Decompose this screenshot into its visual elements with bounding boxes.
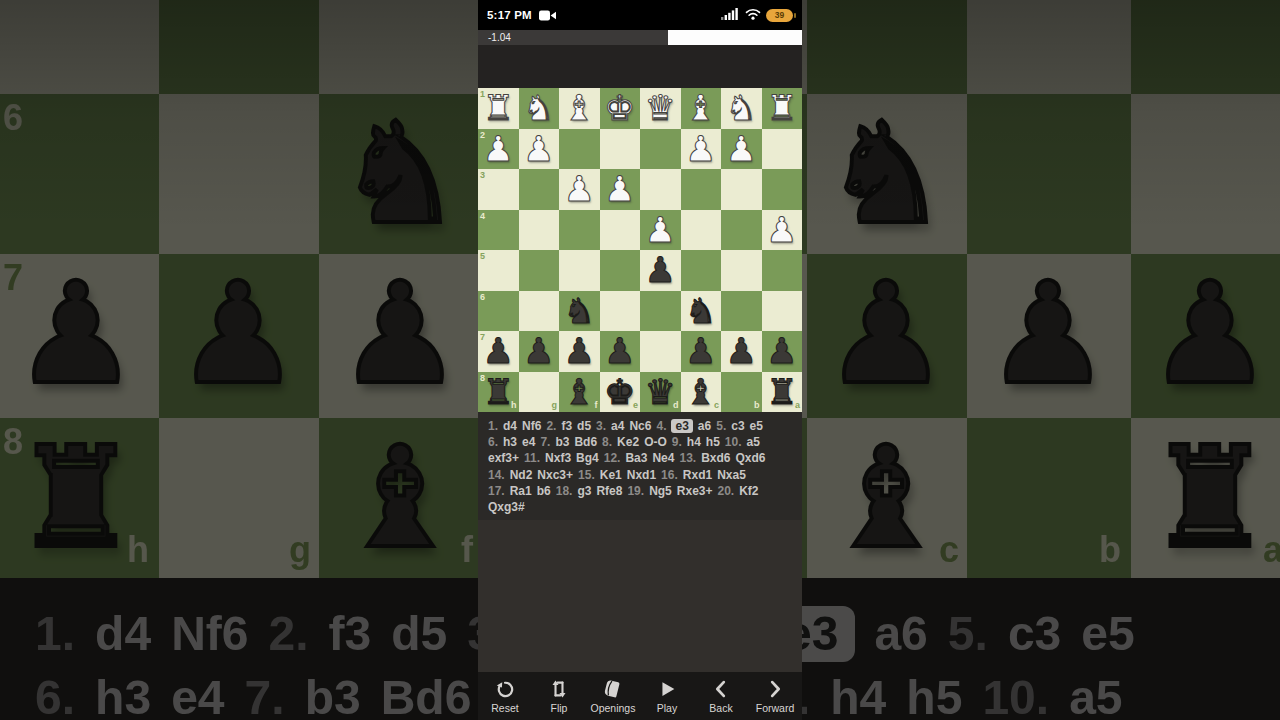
move-line: Qxg3# [488,499,792,515]
square-a6[interactable] [762,291,803,332]
move-token[interactable]: d4 [503,419,517,433]
white-king: ♚ [600,88,641,129]
move-token[interactable]: Nc6 [629,419,651,433]
panel-spacer [478,520,802,672]
square-f4[interactable] [559,210,600,251]
move-token[interactable]: f3 [561,419,572,433]
square-f7[interactable]: ♟ [559,331,600,372]
square-e4[interactable] [600,210,641,251]
move-token[interactable]: a5 [747,435,760,449]
evaluation-score: -1.04 [478,32,511,43]
square-g5[interactable] [519,250,560,291]
move-token[interactable]: Qxg3# [488,500,525,514]
move-number: 18. [556,484,573,498]
square-f2[interactable] [559,129,600,170]
phone-screen: 5:17 PM 39 -1.04 ♜1♞♝♚♛♝♞♜♟2♟♟♟3♟♟4♟♟ [478,0,802,720]
square-d7[interactable] [640,331,681,372]
square-b1[interactable]: ♞ [721,88,762,129]
square-a3[interactable] [762,169,803,210]
square-h2[interactable]: ♟2 [478,129,519,170]
square-e2[interactable] [600,129,641,170]
square-f5[interactable] [559,250,600,291]
forward-button[interactable]: Forward [748,672,802,720]
square-h3[interactable]: 3 [478,169,519,210]
file-label: a [795,401,800,410]
move-token[interactable]: d5 [577,419,591,433]
square-c6[interactable]: ♞ [681,291,722,332]
black-knight: ♞ [559,291,600,332]
move-token[interactable]: Nxa5 [717,468,746,482]
move-token[interactable]: Bxd6 [701,451,730,465]
square-e7[interactable]: ♟ [600,331,641,372]
square-a5[interactable] [762,250,803,291]
reset-label: Reset [491,702,518,714]
move-token[interactable]: O-O [644,435,667,449]
move-number: 8. [602,435,612,449]
battery-indicator: 39 [766,9,793,22]
file-label: g [552,401,558,410]
square-h1[interactable]: ♜1 [478,88,519,129]
rank-label: 7 [480,333,485,342]
white-pawn: ♟ [519,129,560,170]
square-a7[interactable]: ♟ [762,331,803,372]
square-d8[interactable]: ♛d [640,372,681,413]
square-e8[interactable]: ♚e [600,372,641,413]
move-token[interactable]: b6 [537,484,551,498]
back-chevron-icon [710,678,732,700]
openings-book-icon [602,678,624,700]
black-pawn: ♟ [559,331,600,372]
square-g4[interactable] [519,210,560,251]
square-b3[interactable] [721,169,762,210]
square-b6[interactable] [721,291,762,332]
black-pawn: ♟ [762,331,803,372]
bottom-toolbar: Reset Flip Openings Play [478,672,802,720]
file-label: d [673,401,679,410]
move-token[interactable]: Ke2 [617,435,639,449]
rank-label: 3 [480,171,485,180]
square-d6[interactable] [640,291,681,332]
move-token[interactable]: h3 [503,435,517,449]
square-h6[interactable]: 6 [478,291,519,332]
black-pawn: ♟ [681,331,722,372]
back-button[interactable]: Back [694,672,748,720]
white-bishop: ♝ [559,88,600,129]
move-number: 7. [540,435,550,449]
move-list: 1.d4Nf62.f3d53.a4Nc64.e3a65.c3e56.h3e47.… [478,412,802,520]
move-token[interactable]: e4 [522,435,535,449]
move-token[interactable]: exf3+ [488,451,519,465]
play-icon [656,678,678,700]
flip-button[interactable]: Flip [532,672,586,720]
move-token[interactable]: Ke1 [600,468,622,482]
white-bishop: ♝ [681,88,722,129]
square-a2[interactable] [762,129,803,170]
white-pawn: ♟ [681,129,722,170]
status-bar: 5:17 PM 39 [478,0,802,30]
white-pawn: ♟ [762,210,803,251]
white-pawn: ♟ [640,210,681,251]
move-number: 11. [524,451,540,465]
square-f1[interactable]: ♝ [559,88,600,129]
move-token[interactable]: b3 [555,435,569,449]
move-number: 5. [716,419,726,433]
move-token[interactable]: Nxd1 [627,468,656,482]
rank-label: 6 [480,293,485,302]
move-number: 4. [656,419,666,433]
black-pawn: ♟ [640,250,681,291]
forward-label: Forward [756,702,795,714]
board-top-spacer [478,45,802,88]
move-token[interactable]: Rxe3+ [677,484,713,498]
move-token[interactable]: Bg4 [576,451,599,465]
move-token[interactable]: a4 [611,419,624,433]
move-number: 12. [604,451,621,465]
black-pawn: ♟ [721,331,762,372]
white-knight: ♞ [519,88,560,129]
move-token[interactable]: Nxc3+ [537,468,573,482]
square-g3[interactable] [519,169,560,210]
signal-icon [721,6,740,24]
square-h8[interactable]: ♜8h [478,372,519,413]
black-bishop: ♝ [559,372,600,413]
white-rook: ♜ [762,88,803,129]
play-label: Play [657,702,677,714]
move-number: 17. [488,484,505,498]
move-token[interactable]: Nd2 [510,468,533,482]
evaluation-bar-white [668,30,802,45]
square-c7[interactable]: ♟ [681,331,722,372]
square-a4[interactable]: ♟ [762,210,803,251]
square-c8[interactable]: ♝c [681,372,722,413]
square-d1[interactable]: ♛ [640,88,681,129]
move-token[interactable]: e5 [750,419,763,433]
rank-label: 1 [480,90,485,99]
black-pawn: ♟ [600,331,641,372]
black-knight: ♞ [681,291,722,332]
openings-label: Openings [591,702,636,714]
move-token[interactable]: Kf2 [739,484,758,498]
current-move[interactable]: e3 [671,419,692,433]
move-token[interactable]: a6 [698,419,711,433]
rank-label: 4 [480,212,485,221]
square-a8[interactable]: ♜a [762,372,803,413]
square-g7[interactable]: ♟ [519,331,560,372]
reset-button[interactable]: Reset [478,672,532,720]
square-b8[interactable]: b [721,372,762,413]
move-token[interactable]: h5 [706,435,720,449]
white-pawn: ♟ [559,169,600,210]
move-number: 9. [672,435,682,449]
black-pawn: ♟ [519,331,560,372]
move-token[interactable]: Ba3 [625,451,647,465]
move-number: 14. [488,468,505,482]
play-button[interactable]: Play [640,672,694,720]
square-g2[interactable]: ♟ [519,129,560,170]
square-d4[interactable]: ♟ [640,210,681,251]
openings-button[interactable]: Openings [586,672,640,720]
move-token[interactable]: Ng5 [649,484,672,498]
square-c5[interactable] [681,250,722,291]
move-line: 6.h3e47.b3Bd68.Ke2O-O9.h4h510.a5 [488,434,792,450]
move-token[interactable]: h4 [687,435,701,449]
back-label: Back [709,702,732,714]
move-token[interactable]: Ne4 [652,451,674,465]
forward-chevron-icon [764,678,786,700]
square-d2[interactable] [640,129,681,170]
rank-label: 2 [480,131,485,140]
move-number: 20. [718,484,735,498]
square-b4[interactable] [721,210,762,251]
chess-board: ♜1♞♝♚♛♝♞♜♟2♟♟♟3♟♟4♟♟5♟6♞♞♟7♟♟♟♟♟♟♜8hg♝f♚… [478,88,802,412]
move-token[interactable]: Rfe8 [596,484,622,498]
screen-record-camera-icon [539,10,556,21]
video-frame: 5:17 PM 39 -1.04 ♜1♞♝♚♛♝♞♜♟2♟♟♟3♟♟4♟♟ [0,0,1280,720]
move-number: 3. [596,419,606,433]
square-h4[interactable]: 4 [478,210,519,251]
square-b2[interactable]: ♟ [721,129,762,170]
move-token[interactable]: Rxd1 [683,468,712,482]
square-d3[interactable] [640,169,681,210]
square-e5[interactable] [600,250,641,291]
square-a1[interactable]: ♜ [762,88,803,129]
move-number: 16. [661,468,678,482]
square-f6[interactable]: ♞ [559,291,600,332]
square-c2[interactable]: ♟ [681,129,722,170]
file-label: c [714,401,719,410]
move-token[interactable]: Nxf3 [545,451,571,465]
reset-icon [494,678,516,700]
white-pawn: ♟ [600,169,641,210]
flip-icon [548,678,570,700]
wifi-icon [745,6,761,24]
square-b7[interactable]: ♟ [721,331,762,372]
move-number: 6. [488,435,498,449]
square-d5[interactable]: ♟ [640,250,681,291]
move-token[interactable]: g3 [577,484,591,498]
move-line: exf3+11.Nxf3Bg412.Ba3Ne413.Bxd6Qxd6 [488,450,792,466]
square-g1[interactable]: ♞ [519,88,560,129]
file-label: b [754,401,760,410]
square-c1[interactable]: ♝ [681,88,722,129]
white-pawn: ♟ [721,129,762,170]
square-c4[interactable] [681,210,722,251]
move-number: 2. [546,419,556,433]
move-token[interactable]: Ra1 [510,484,532,498]
file-label: e [633,401,638,410]
move-line: 1.d4Nf62.f3d53.a4Nc64.e3a65.c3e5 [488,418,792,434]
square-h7[interactable]: ♟7 [478,331,519,372]
white-queen: ♛ [640,88,681,129]
move-token[interactable]: Nf6 [522,419,541,433]
square-f8[interactable]: ♝f [559,372,600,413]
move-number: 1. [488,419,498,433]
square-c3[interactable] [681,169,722,210]
move-number: 10. [725,435,742,449]
square-h5[interactable]: 5 [478,250,519,291]
move-line: 17.Ra1b618.g3Rfe819.Ng5Rxe3+20.Kf2 [488,483,792,499]
file-label: h [511,401,517,410]
square-b5[interactable] [721,250,762,291]
move-line: 14.Nd2Nxc3+15.Ke1Nxd116.Rxd1Nxa5 [488,467,792,483]
battery-percent: 39 [775,10,784,20]
move-token[interactable]: Qxd6 [736,451,766,465]
move-number: 13. [679,451,696,465]
move-token[interactable]: c3 [731,419,744,433]
flip-label: Flip [551,702,568,714]
move-number: 15. [578,468,595,482]
rank-label: 8 [480,374,485,383]
square-f3[interactable]: ♟ [559,169,600,210]
file-label: f [595,401,598,410]
clock: 5:17 PM [487,9,532,21]
rank-label: 5 [480,252,485,261]
square-e3[interactable]: ♟ [600,169,641,210]
evaluation-bar: -1.04 [478,30,802,45]
move-token[interactable]: Bd6 [574,435,597,449]
square-e6[interactable] [600,291,641,332]
white-knight: ♞ [721,88,762,129]
square-g6[interactable] [519,291,560,332]
square-g8[interactable]: g [519,372,560,413]
move-number: 19. [627,484,644,498]
square-e1[interactable]: ♚ [600,88,641,129]
